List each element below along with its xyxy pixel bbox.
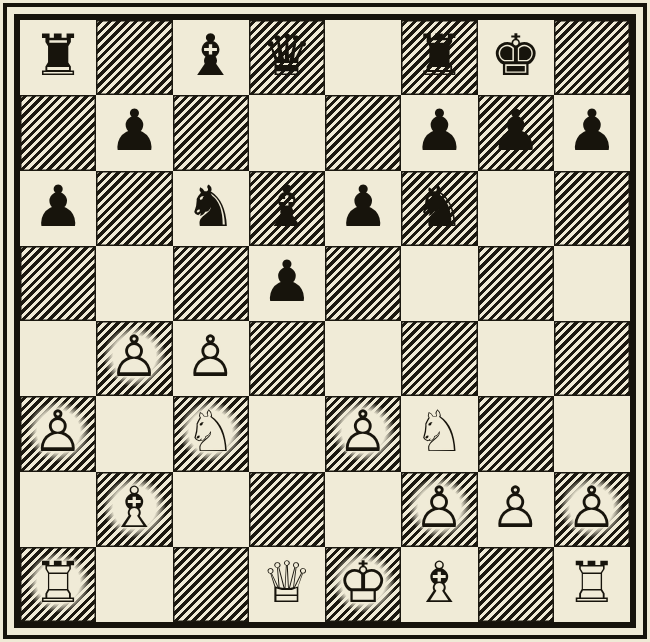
square-c7[interactable] [173,95,249,170]
square-a7[interactable] [20,95,96,170]
square-c4[interactable]: ♙ [173,321,249,396]
square-f2[interactable]: ♙ [401,472,477,547]
piece-white-pawn: ♙ [408,477,471,538]
square-g1[interactable] [478,547,554,622]
square-e3[interactable]: ♙ [325,396,401,471]
square-d5[interactable]: ♟ [249,246,325,321]
square-a1[interactable]: ♖ [20,547,96,622]
piece-white-knight: ♘ [414,403,465,460]
square-h5[interactable] [554,246,630,321]
square-c5[interactable] [173,246,249,321]
square-b5[interactable] [96,246,172,321]
square-e5[interactable] [325,246,401,321]
piece-black-knight: ♞ [185,178,236,235]
square-c1[interactable] [173,547,249,622]
square-d3[interactable] [249,396,325,471]
square-b2[interactable]: ♗ [96,472,172,547]
square-d4[interactable] [249,321,325,396]
square-h3[interactable] [554,396,630,471]
square-c6[interactable]: ♞ [173,171,249,246]
square-f3[interactable]: ♘ [401,396,477,471]
piece-black-knight: ♞ [414,178,465,235]
square-f5[interactable] [401,246,477,321]
board-frame: ♜♝♛♜♚♟♟♟♟♟♞♝♟♞♟♙♙♙♘♙♘♗♙♙♙♖♕♔♗♖ [14,14,636,628]
piece-white-pawn: ♙ [185,328,236,385]
piece-white-queen: ♕ [261,554,312,611]
square-d6[interactable]: ♝ [249,171,325,246]
square-g3[interactable] [478,396,554,471]
square-f6[interactable]: ♞ [401,171,477,246]
piece-black-king: ♚ [490,27,541,84]
square-f4[interactable] [401,321,477,396]
piece-black-pawn: ♟ [338,178,389,235]
square-e1[interactable]: ♔ [325,547,401,622]
piece-black-pawn: ♟ [109,102,160,159]
square-e7[interactable] [325,95,401,170]
square-b3[interactable] [96,396,172,471]
square-a6[interactable]: ♟ [20,171,96,246]
square-b8[interactable] [96,20,172,95]
square-g8[interactable]: ♚ [478,20,554,95]
square-d7[interactable] [249,95,325,170]
piece-black-queen: ♛ [261,27,312,84]
square-h8[interactable] [554,20,630,95]
square-e4[interactable] [325,321,401,396]
square-g4[interactable] [478,321,554,396]
square-f7[interactable]: ♟ [401,95,477,170]
square-b4[interactable]: ♙ [96,321,172,396]
piece-black-pawn: ♟ [414,102,465,159]
piece-white-pawn: ♙ [27,401,90,462]
square-a5[interactable] [20,246,96,321]
square-c3[interactable]: ♘ [173,396,249,471]
square-h7[interactable]: ♟ [554,95,630,170]
square-d2[interactable] [249,472,325,547]
piece-white-bishop: ♗ [103,477,166,538]
piece-white-rook: ♖ [566,554,617,611]
square-g5[interactable] [478,246,554,321]
piece-white-pawn: ♙ [103,326,166,387]
square-e8[interactable] [325,20,401,95]
outer-border: ♜♝♛♜♚♟♟♟♟♟♞♝♟♞♟♙♙♙♘♙♘♗♙♙♙♖♕♔♗♖ [3,3,647,639]
piece-white-pawn: ♙ [490,479,541,536]
square-e2[interactable] [325,472,401,547]
diagram-page: ♜♝♛♜♚♟♟♟♟♟♞♝♟♞♟♙♙♙♘♙♘♗♙♙♙♖♕♔♗♖ [0,0,650,642]
piece-black-bishop: ♝ [185,27,236,84]
square-b6[interactable] [96,171,172,246]
square-h2[interactable]: ♙ [554,472,630,547]
square-g6[interactable] [478,171,554,246]
square-h1[interactable]: ♖ [554,547,630,622]
square-a8[interactable]: ♜ [20,20,96,95]
square-h4[interactable] [554,321,630,396]
piece-white-rook: ♖ [27,552,90,613]
square-f1[interactable]: ♗ [401,547,477,622]
square-c8[interactable]: ♝ [173,20,249,95]
chess-board: ♜♝♛♜♚♟♟♟♟♟♞♝♟♞♟♙♙♙♘♙♘♗♙♙♙♖♕♔♗♖ [20,20,630,622]
square-d8[interactable]: ♛ [249,20,325,95]
piece-black-pawn: ♟ [33,178,84,235]
square-f8[interactable]: ♜ [401,20,477,95]
piece-white-bishop: ♗ [414,554,465,611]
piece-white-king: ♔ [332,552,395,613]
square-a4[interactable] [20,321,96,396]
square-g2[interactable]: ♙ [478,472,554,547]
square-e6[interactable]: ♟ [325,171,401,246]
piece-white-knight: ♘ [179,401,242,462]
square-h6[interactable] [554,171,630,246]
piece-black-bishop: ♝ [261,178,312,235]
square-b1[interactable] [96,547,172,622]
piece-black-rook: ♜ [33,27,84,84]
piece-black-pawn: ♟ [490,102,541,159]
piece-black-rook: ♜ [414,27,465,84]
square-a3[interactable]: ♙ [20,396,96,471]
square-g7[interactable]: ♟ [478,95,554,170]
piece-white-pawn: ♙ [332,401,395,462]
square-a2[interactable] [20,472,96,547]
square-d1[interactable]: ♕ [249,547,325,622]
piece-white-pawn: ♙ [560,477,623,538]
piece-black-pawn: ♟ [261,253,312,310]
square-c2[interactable] [173,472,249,547]
square-b7[interactable]: ♟ [96,95,172,170]
piece-black-pawn: ♟ [566,102,617,159]
